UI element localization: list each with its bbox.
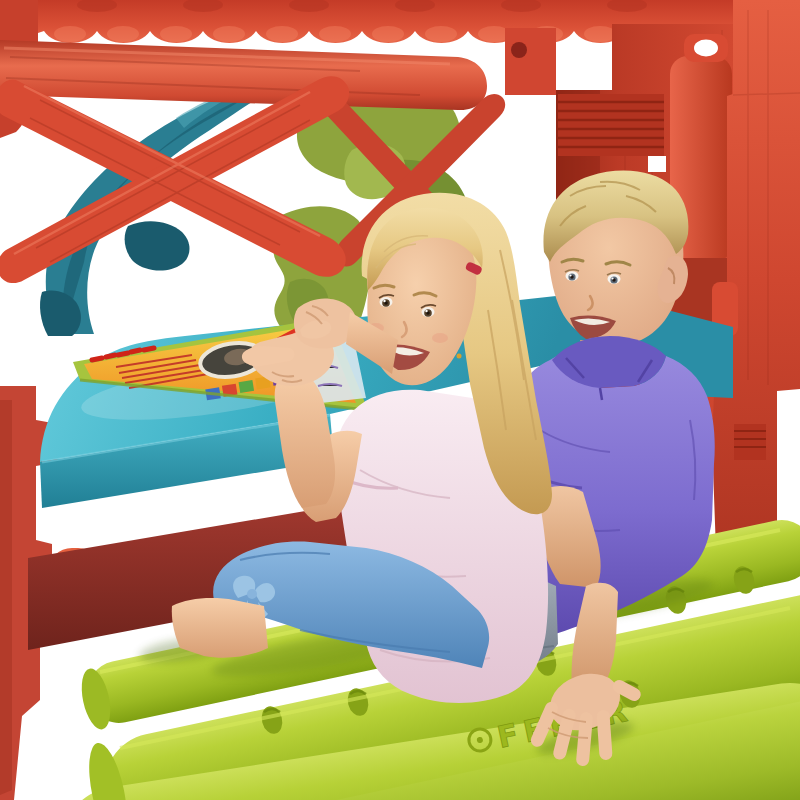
tower-ribbed-detail	[734, 424, 766, 460]
girl-leg	[172, 598, 268, 658]
wall-slot	[648, 156, 666, 172]
product-photo: FEBER	[0, 0, 800, 800]
left-post-shading	[0, 400, 12, 795]
window-post-hole	[511, 42, 527, 58]
round-post-hole	[694, 40, 718, 57]
girl-earring	[457, 354, 462, 359]
photo-canvas: FEBER	[0, 0, 800, 800]
window-post	[505, 28, 556, 95]
